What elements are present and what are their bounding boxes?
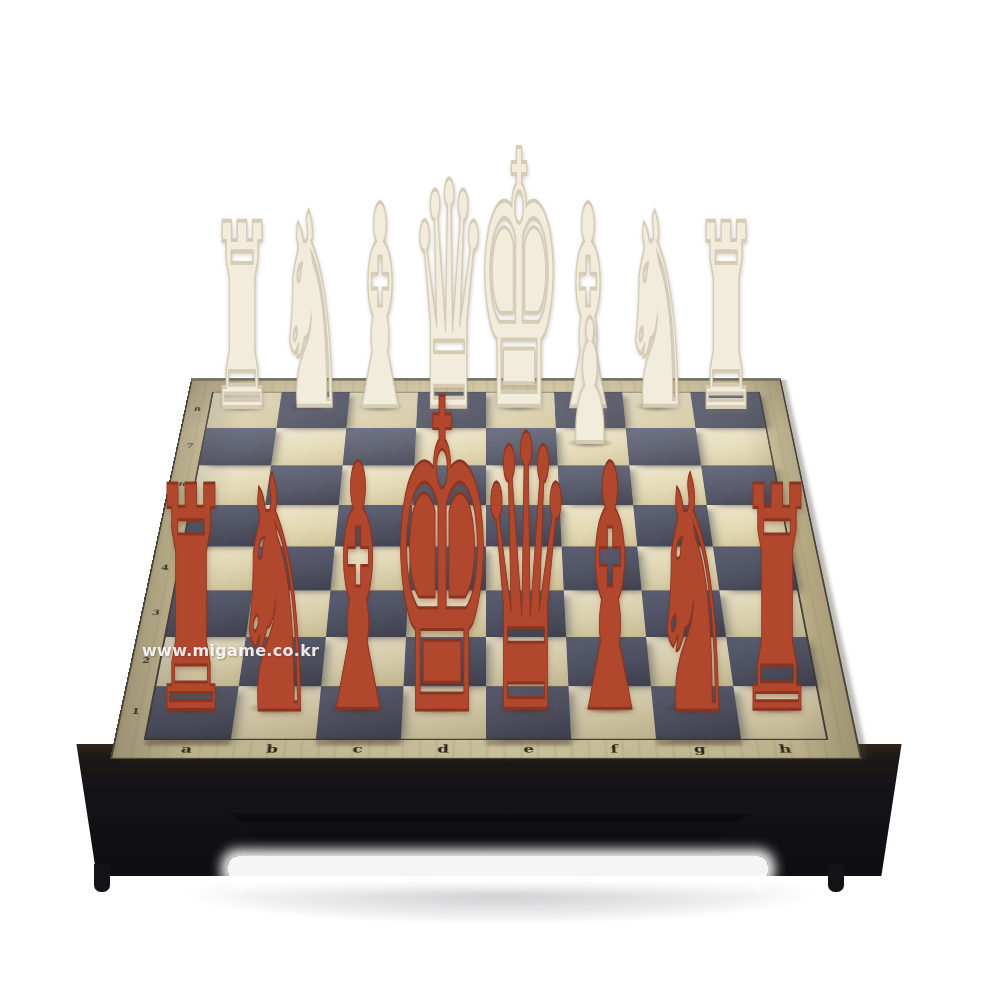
chess-set-product-photo: abcdefgh12345678 ♜♞♝♛♚♝♞♜♟♜♞♝♚♛♝♞♜ www.m… (0, 0, 1000, 1000)
square-e4 (486, 546, 564, 590)
file-label-d: d (400, 742, 486, 755)
case-gloss-highlight (228, 856, 768, 882)
square-b1 (231, 686, 321, 738)
file-label-f: f (571, 742, 657, 755)
watermark: www.migame.co.kr (142, 641, 319, 660)
square-c5 (335, 505, 413, 547)
file-label-g: g (656, 742, 743, 755)
square-a6 (192, 465, 271, 504)
square-b6 (265, 465, 342, 504)
square-a3 (166, 590, 253, 637)
square-a7 (199, 428, 276, 465)
file-label-e: e (486, 742, 572, 755)
square-e7 (486, 428, 558, 465)
square-a8 (207, 392, 282, 428)
square-d3 (406, 590, 486, 637)
square-f8 (554, 392, 626, 428)
square-h6 (701, 465, 780, 504)
square-d2 (404, 637, 486, 686)
file-label-h: h (742, 742, 830, 755)
square-b5 (259, 505, 339, 547)
square-c4 (330, 546, 410, 590)
square-h2 (726, 637, 816, 686)
square-g4 (637, 546, 719, 590)
square-d8 (416, 392, 486, 428)
rank-label-1: 1 (121, 707, 150, 716)
square-g3 (642, 590, 727, 637)
square-g7 (626, 428, 701, 465)
rank-label-8: 8 (186, 407, 210, 413)
square-f6 (558, 465, 634, 504)
chess-board: abcdefgh12345678 (110, 380, 862, 759)
rank-label-6: 6 (170, 481, 195, 487)
square-f7 (556, 428, 629, 465)
case-foot-right (828, 864, 844, 892)
square-b4 (253, 546, 335, 590)
square-a5 (183, 505, 265, 547)
square-h3 (719, 590, 806, 637)
square-d5 (410, 505, 486, 547)
square-g5 (633, 505, 713, 547)
square-f5 (560, 505, 638, 547)
rank-label-4: 4 (152, 564, 178, 571)
square-g2 (646, 637, 733, 686)
square-d6 (412, 465, 486, 504)
square-e3 (486, 590, 566, 637)
square-c7 (343, 428, 416, 465)
square-c3 (326, 590, 408, 637)
square-b7 (271, 428, 346, 465)
square-e2 (486, 637, 568, 686)
square-d7 (414, 428, 486, 465)
square-g6 (629, 465, 706, 504)
case-handle-groove (228, 810, 752, 862)
square-f3 (564, 590, 646, 637)
rank-label-7: 7 (178, 443, 202, 449)
square-g1 (651, 686, 741, 738)
square-h1 (733, 686, 826, 738)
square-f4 (562, 546, 642, 590)
square-c1 (316, 686, 404, 738)
square-e6 (486, 465, 560, 504)
square-h7 (696, 428, 773, 465)
file-label-b: b (229, 742, 316, 755)
square-h8 (690, 392, 765, 428)
square-c6 (339, 465, 415, 504)
square-h5 (707, 505, 789, 547)
square-f1 (568, 686, 656, 738)
board-squares (146, 392, 826, 738)
case-foot-left (94, 864, 110, 892)
file-label-c: c (314, 742, 400, 755)
rank-label-5: 5 (161, 522, 187, 529)
square-b3 (246, 590, 331, 637)
rank-label-3: 3 (142, 609, 169, 617)
square-f2 (566, 637, 651, 686)
file-label-a: a (143, 742, 231, 755)
square-c2 (321, 637, 406, 686)
square-a1 (146, 686, 239, 738)
square-c8 (346, 392, 418, 428)
square-h4 (713, 546, 797, 590)
square-d4 (408, 546, 486, 590)
square-e8 (486, 392, 556, 428)
square-e5 (486, 505, 562, 547)
square-e1 (486, 686, 571, 738)
square-d1 (401, 686, 486, 738)
square-g8 (622, 392, 695, 428)
square-a4 (175, 546, 259, 590)
square-b8 (276, 392, 349, 428)
